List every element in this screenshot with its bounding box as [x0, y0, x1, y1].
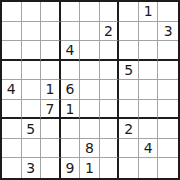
cell-r7c3[interactable] — [41, 119, 61, 139]
cell-r5c2[interactable] — [22, 80, 42, 100]
cell-r4c7[interactable]: 5 — [119, 61, 139, 81]
cell-r2c7[interactable] — [119, 22, 139, 42]
cell-r5c8[interactable] — [139, 80, 159, 100]
cell-r3c7[interactable] — [119, 41, 139, 61]
cell-r3c5[interactable] — [80, 41, 100, 61]
cell-r2c9[interactable]: 3 — [158, 22, 178, 42]
cell-r6c7[interactable] — [119, 100, 139, 120]
cell-r4c5[interactable] — [80, 61, 100, 81]
cell-r1c1[interactable] — [2, 2, 22, 22]
cell-r4c2[interactable] — [22, 61, 42, 81]
cell-r8c1[interactable] — [2, 139, 22, 159]
cell-r6c1[interactable] — [2, 100, 22, 120]
cell-r9c1[interactable] — [2, 158, 22, 178]
cell-r2c4[interactable] — [61, 22, 81, 42]
cell-r6c8[interactable] — [139, 100, 159, 120]
cell-r2c1[interactable] — [2, 22, 22, 42]
cell-r1c9[interactable] — [158, 2, 178, 22]
cell-r8c5[interactable]: 8 — [80, 139, 100, 159]
sudoku-board: 12345416715284391 — [0, 0, 180, 180]
cell-r6c6[interactable] — [100, 100, 120, 120]
cell-r7c9[interactable] — [158, 119, 178, 139]
cell-r3c6[interactable] — [100, 41, 120, 61]
cell-r6c3[interactable]: 7 — [41, 100, 61, 120]
cell-r1c4[interactable] — [61, 2, 81, 22]
cell-r7c4[interactable] — [61, 119, 81, 139]
cell-r3c8[interactable] — [139, 41, 159, 61]
cell-r5c1[interactable]: 4 — [2, 80, 22, 100]
cell-r5c5[interactable] — [80, 80, 100, 100]
cell-r2c8[interactable] — [139, 22, 159, 42]
cell-r8c7[interactable] — [119, 139, 139, 159]
cell-r9c3[interactable] — [41, 158, 61, 178]
cell-r1c7[interactable] — [119, 2, 139, 22]
cell-r9c2[interactable]: 3 — [22, 158, 42, 178]
cell-r6c2[interactable] — [22, 100, 42, 120]
cell-r9c6[interactable] — [100, 158, 120, 178]
cell-r1c5[interactable] — [80, 2, 100, 22]
cell-r3c2[interactable] — [22, 41, 42, 61]
cell-r4c3[interactable] — [41, 61, 61, 81]
cell-r8c6[interactable] — [100, 139, 120, 159]
cell-r6c5[interactable] — [80, 100, 100, 120]
cell-r8c2[interactable] — [22, 139, 42, 159]
cell-r5c3[interactable]: 1 — [41, 80, 61, 100]
cell-r1c3[interactable] — [41, 2, 61, 22]
cell-r5c4[interactable]: 6 — [61, 80, 81, 100]
cell-r9c7[interactable] — [119, 158, 139, 178]
cell-r4c1[interactable] — [2, 61, 22, 81]
cell-r9c5[interactable]: 1 — [80, 158, 100, 178]
cell-r4c9[interactable] — [158, 61, 178, 81]
cell-r8c8[interactable]: 4 — [139, 139, 159, 159]
cell-r6c9[interactable] — [158, 100, 178, 120]
cell-r3c1[interactable] — [2, 41, 22, 61]
cell-r8c3[interactable] — [41, 139, 61, 159]
cell-r9c9[interactable] — [158, 158, 178, 178]
cell-r8c4[interactable] — [61, 139, 81, 159]
cell-r9c4[interactable]: 9 — [61, 158, 81, 178]
cell-r1c2[interactable] — [22, 2, 42, 22]
cell-r7c8[interactable] — [139, 119, 159, 139]
cell-r5c9[interactable] — [158, 80, 178, 100]
cell-r9c8[interactable] — [139, 158, 159, 178]
cell-r2c6[interactable]: 2 — [100, 22, 120, 42]
cell-r7c2[interactable]: 5 — [22, 119, 42, 139]
cell-r2c3[interactable] — [41, 22, 61, 42]
cell-r6c4[interactable]: 1 — [61, 100, 81, 120]
cell-r7c5[interactable] — [80, 119, 100, 139]
cell-r7c6[interactable] — [100, 119, 120, 139]
cell-r3c3[interactable] — [41, 41, 61, 61]
cell-r8c9[interactable] — [158, 139, 178, 159]
cell-r4c8[interactable] — [139, 61, 159, 81]
cell-r1c6[interactable] — [100, 2, 120, 22]
cell-r4c6[interactable] — [100, 61, 120, 81]
cell-r2c5[interactable] — [80, 22, 100, 42]
cell-r3c9[interactable] — [158, 41, 178, 61]
cell-r4c4[interactable] — [61, 61, 81, 81]
cell-r5c6[interactable] — [100, 80, 120, 100]
cell-r7c1[interactable] — [2, 119, 22, 139]
cell-r2c2[interactable] — [22, 22, 42, 42]
cell-r7c7[interactable]: 2 — [119, 119, 139, 139]
cell-r1c8[interactable]: 1 — [139, 2, 159, 22]
cell-r5c7[interactable] — [119, 80, 139, 100]
cell-r3c4[interactable]: 4 — [61, 41, 81, 61]
